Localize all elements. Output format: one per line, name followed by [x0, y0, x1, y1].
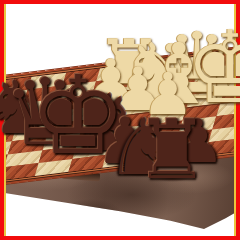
chess-scene: ♟♜♟♞♟♝♛♟♚♞♛♚♞♟♞♜♟: [0, 0, 240, 240]
chess-piece-dark-rook: ♜: [135, 109, 209, 191]
red-border-top: [0, 0, 240, 4]
product-photo-chess-set[interactable]: ♟♜♟♞♟♝♛♟♚♞♛♚♞♟♞♜♟: [0, 0, 240, 240]
red-border-bottom: [0, 236, 240, 240]
